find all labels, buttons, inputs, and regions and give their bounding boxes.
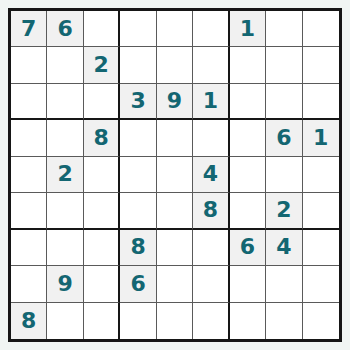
cell-r5c8[interactable]: [266, 157, 302, 193]
given-digit: 8: [130, 236, 145, 258]
cell-r5c7[interactable]: [230, 157, 266, 193]
cell-r3c4[interactable]: 3: [120, 84, 156, 120]
cell-r4c5[interactable]: [157, 120, 193, 156]
cell-r7c9[interactable]: [303, 230, 339, 266]
cell-r6c2[interactable]: [47, 193, 83, 229]
cell-r3c7[interactable]: [230, 84, 266, 120]
cell-r2c8[interactable]: [266, 47, 302, 83]
given-digit: 4: [203, 163, 218, 185]
cell-r9c3[interactable]: [84, 303, 120, 339]
cell-r9c8[interactable]: [266, 303, 302, 339]
given-digit: 2: [93, 54, 108, 76]
cell-r8c4[interactable]: 6: [120, 266, 156, 302]
cell-r7c2[interactable]: [47, 230, 83, 266]
cell-r3c5[interactable]: 9: [157, 84, 193, 120]
cell-r8c8[interactable]: [266, 266, 302, 302]
cell-r2c7[interactable]: [230, 47, 266, 83]
cell-r8c3[interactable]: [84, 266, 120, 302]
cell-r6c9[interactable]: [303, 193, 339, 229]
cell-r8c7[interactable]: [230, 266, 266, 302]
cell-r7c8[interactable]: 4: [266, 230, 302, 266]
cell-r1c4[interactable]: [120, 11, 156, 47]
given-digit: 4: [276, 236, 291, 258]
cell-r8c2[interactable]: 9: [47, 266, 83, 302]
cell-r2c2[interactable]: [47, 47, 83, 83]
cell-r1c1[interactable]: 7: [11, 11, 47, 47]
cell-r5c3[interactable]: [84, 157, 120, 193]
cell-r1c3[interactable]: [84, 11, 120, 47]
cell-r1c6[interactable]: [193, 11, 229, 47]
cell-r2c5[interactable]: [157, 47, 193, 83]
cell-r8c6[interactable]: [193, 266, 229, 302]
cell-r9c2[interactable]: [47, 303, 83, 339]
cell-r4c8[interactable]: 6: [266, 120, 302, 156]
given-digit: 6: [58, 18, 73, 40]
cell-r7c4[interactable]: 8: [120, 230, 156, 266]
cell-r2c1[interactable]: [11, 47, 47, 83]
cell-r3c1[interactable]: [11, 84, 47, 120]
sudoku-board: 76123918612482864968: [8, 8, 342, 342]
cell-r1c5[interactable]: [157, 11, 193, 47]
given-digit: 7: [21, 18, 36, 40]
given-digit: 1: [203, 90, 218, 112]
cell-r7c1[interactable]: [11, 230, 47, 266]
cell-r8c9[interactable]: [303, 266, 339, 302]
cell-r5c5[interactable]: [157, 157, 193, 193]
cell-r6c1[interactable]: [11, 193, 47, 229]
cell-r6c6[interactable]: 8: [193, 193, 229, 229]
cell-r4c1[interactable]: [11, 120, 47, 156]
cell-r5c2[interactable]: 2: [47, 157, 83, 193]
cell-r5c1[interactable]: [11, 157, 47, 193]
cell-r3c2[interactable]: [47, 84, 83, 120]
cell-r3c6[interactable]: 1: [193, 84, 229, 120]
cell-r6c8[interactable]: 2: [266, 193, 302, 229]
cell-r7c7[interactable]: 6: [230, 230, 266, 266]
cell-r4c4[interactable]: [120, 120, 156, 156]
cell-r2c4[interactable]: [120, 47, 156, 83]
cell-r9c6[interactable]: [193, 303, 229, 339]
cell-r4c9[interactable]: 1: [303, 120, 339, 156]
cell-r3c9[interactable]: [303, 84, 339, 120]
cell-r7c6[interactable]: [193, 230, 229, 266]
cell-r4c7[interactable]: [230, 120, 266, 156]
given-digit: 3: [130, 90, 145, 112]
cell-r4c2[interactable]: [47, 120, 83, 156]
cell-r9c7[interactable]: [230, 303, 266, 339]
cell-r8c1[interactable]: [11, 266, 47, 302]
cell-r9c5[interactable]: [157, 303, 193, 339]
given-digit: 2: [58, 163, 73, 185]
cell-r9c1[interactable]: 8: [11, 303, 47, 339]
given-digit: 8: [21, 310, 36, 332]
cell-r5c6[interactable]: 4: [193, 157, 229, 193]
given-digit: 1: [313, 127, 328, 149]
cell-r1c8[interactable]: [266, 11, 302, 47]
cell-r1c7[interactable]: 1: [230, 11, 266, 47]
cell-r3c3[interactable]: [84, 84, 120, 120]
given-digit: 8: [93, 127, 108, 149]
cell-r9c4[interactable]: [120, 303, 156, 339]
cell-r6c7[interactable]: [230, 193, 266, 229]
cell-r1c2[interactable]: 6: [47, 11, 83, 47]
given-digit: 1: [240, 18, 255, 40]
given-digit: 6: [240, 236, 255, 258]
cell-r5c9[interactable]: [303, 157, 339, 193]
cell-r2c3[interactable]: 2: [84, 47, 120, 83]
given-digit: 8: [203, 199, 218, 221]
cell-r5c4[interactable]: [120, 157, 156, 193]
cell-r4c6[interactable]: [193, 120, 229, 156]
cell-r6c4[interactable]: [120, 193, 156, 229]
cell-r4c3[interactable]: 8: [84, 120, 120, 156]
given-digit: 6: [276, 127, 291, 149]
cell-r7c3[interactable]: [84, 230, 120, 266]
cell-r2c6[interactable]: [193, 47, 229, 83]
given-digit: 6: [130, 273, 145, 295]
cell-r7c5[interactable]: [157, 230, 193, 266]
cell-r3c8[interactable]: [266, 84, 302, 120]
cell-r1c9[interactable]: [303, 11, 339, 47]
cell-r6c5[interactable]: [157, 193, 193, 229]
cell-r6c3[interactable]: [84, 193, 120, 229]
cell-r2c9[interactable]: [303, 47, 339, 83]
given-digit: 9: [167, 90, 182, 112]
cell-r9c9[interactable]: [303, 303, 339, 339]
given-digit: 9: [58, 273, 73, 295]
cell-r8c5[interactable]: [157, 266, 193, 302]
given-digit: 2: [276, 199, 291, 221]
